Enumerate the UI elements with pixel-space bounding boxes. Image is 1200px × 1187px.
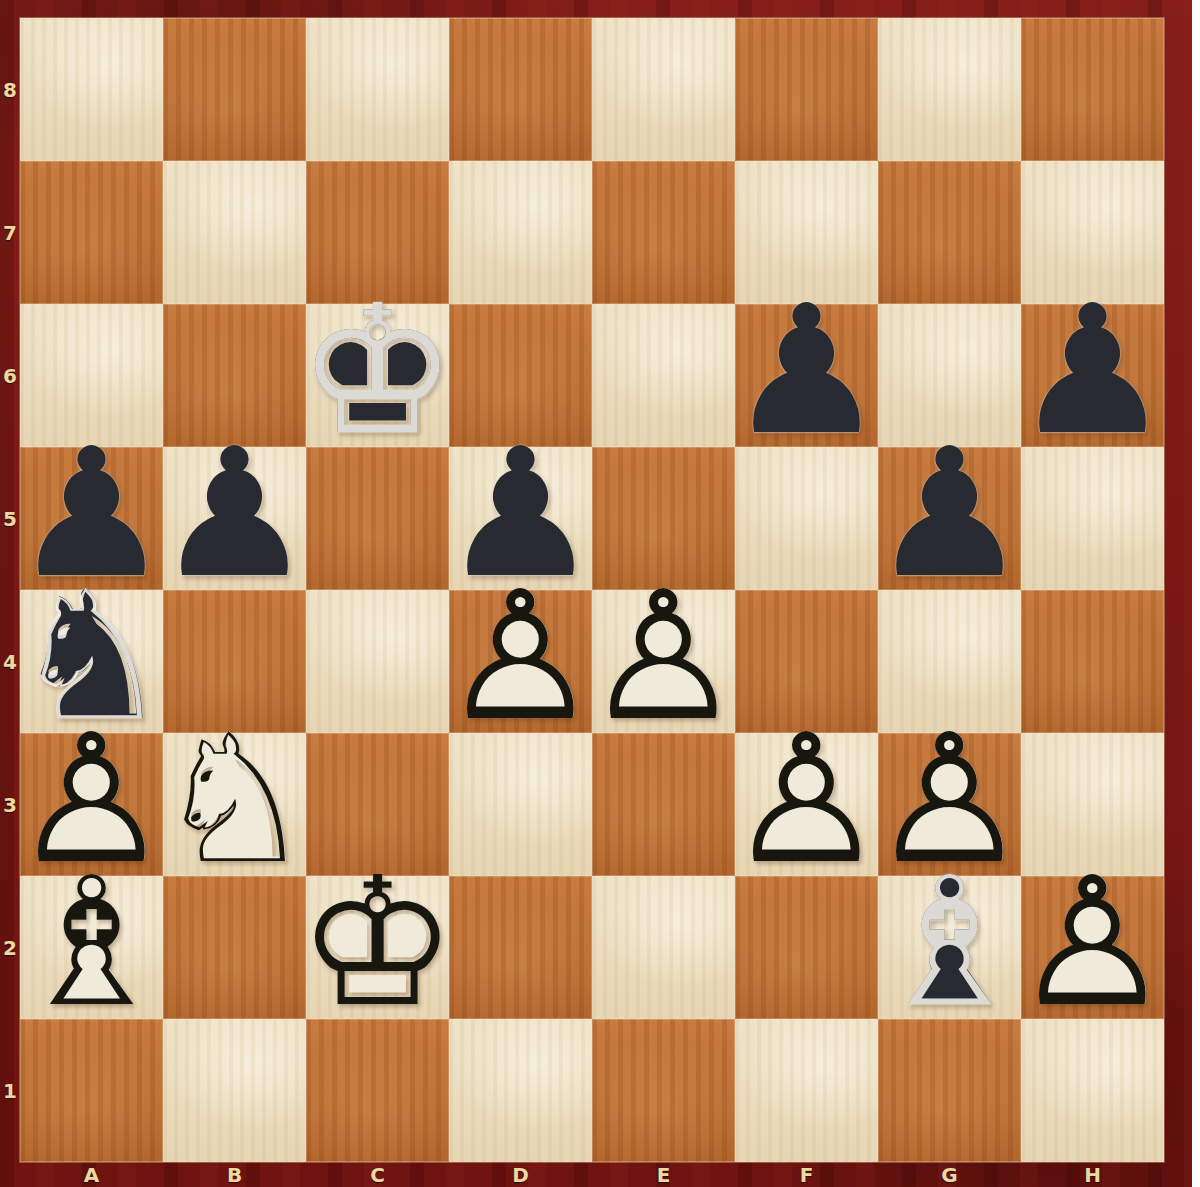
square-e4[interactable]: ♟♙ <box>592 590 735 733</box>
white-king[interactable]: ♚♔ <box>298 854 458 1032</box>
square-e6[interactable] <box>592 304 735 447</box>
black-pawn[interactable]: ♟ <box>870 425 1030 603</box>
square-b7[interactable] <box>163 161 306 304</box>
square-h6[interactable]: ♟ <box>1021 304 1164 447</box>
black-pawn-glyph: ♟ <box>727 282 887 460</box>
black-pawn-glyph: ♟ <box>870 425 1030 603</box>
white-pawn[interactable]: ♟♙ <box>584 568 744 746</box>
square-e7[interactable] <box>592 161 735 304</box>
white-pawn[interactable]: ♟♙ <box>1013 854 1173 1032</box>
file-label-d: D <box>449 1162 592 1187</box>
rank-label-1: 1 <box>0 1019 20 1162</box>
square-a7[interactable] <box>20 161 163 304</box>
square-b5[interactable]: ♟ <box>163 447 306 590</box>
square-h8[interactable] <box>1021 18 1164 161</box>
white-pawn-outline: ♙ <box>1013 854 1173 1032</box>
file-label-g: G <box>878 1162 1021 1187</box>
square-c8[interactable] <box>306 18 449 161</box>
square-c6[interactable]: ♚♔ <box>306 304 449 447</box>
square-h4[interactable] <box>1021 590 1164 733</box>
square-d1[interactable] <box>449 1019 592 1162</box>
black-pawn[interactable]: ♟ <box>1013 282 1173 460</box>
square-c4[interactable] <box>306 590 449 733</box>
square-d7[interactable] <box>449 161 592 304</box>
rank-label-3: 3 <box>0 733 20 876</box>
rank-label-8: 8 <box>0 18 20 161</box>
square-g2[interactable]: ♝♗ <box>878 876 1021 1019</box>
white-knight[interactable]: ♞♘ <box>155 711 315 889</box>
rank-label-6: 6 <box>0 304 20 447</box>
white-pawn-outline: ♙ <box>584 568 744 746</box>
square-f6[interactable]: ♟ <box>735 304 878 447</box>
square-d2[interactable] <box>449 876 592 1019</box>
white-knight-outline: ♘ <box>155 711 315 889</box>
black-pawn-glyph: ♟ <box>1013 282 1173 460</box>
white-pawn[interactable]: ♟♙ <box>727 711 887 889</box>
file-label-a: A <box>20 1162 163 1187</box>
white-pawn-outline: ♙ <box>441 568 601 746</box>
page: ♚♔♟♟♟♟♟♟♞♘♟♙♟♙♟♙♞♘♟♙♟♙♝♗♚♔♝♗♟♙ 87654321 … <box>0 0 1200 1187</box>
square-d8[interactable] <box>449 18 592 161</box>
square-b1[interactable] <box>163 1019 306 1162</box>
square-f3[interactable]: ♟♙ <box>735 733 878 876</box>
square-e1[interactable] <box>592 1019 735 1162</box>
white-pawn[interactable]: ♟♙ <box>441 568 601 746</box>
square-g5[interactable]: ♟ <box>878 447 1021 590</box>
square-a2[interactable]: ♝♗ <box>20 876 163 1019</box>
black-bishop-outline: ♗ <box>870 854 1030 1032</box>
square-g8[interactable] <box>878 18 1021 161</box>
square-g7[interactable] <box>878 161 1021 304</box>
square-a8[interactable] <box>20 18 163 161</box>
rank-label-5: 5 <box>0 447 20 590</box>
square-f8[interactable] <box>735 18 878 161</box>
square-e8[interactable] <box>592 18 735 161</box>
black-king[interactable]: ♚♔ <box>298 282 458 460</box>
file-label-e: E <box>592 1162 735 1187</box>
black-bishop[interactable]: ♝♗ <box>870 854 1030 1032</box>
rank-label-2: 2 <box>0 876 20 1019</box>
black-pawn[interactable]: ♟ <box>155 425 315 603</box>
file-label-c: C <box>306 1162 449 1187</box>
black-pawn[interactable]: ♟ <box>727 282 887 460</box>
white-king-outline: ♔ <box>298 854 458 1032</box>
square-c2[interactable]: ♚♔ <box>306 876 449 1019</box>
black-pawn-glyph: ♟ <box>155 425 315 603</box>
square-f1[interactable] <box>735 1019 878 1162</box>
square-h2[interactable]: ♟♙ <box>1021 876 1164 1019</box>
file-label-f: F <box>735 1162 878 1187</box>
square-b3[interactable]: ♞♘ <box>163 733 306 876</box>
square-b8[interactable] <box>163 18 306 161</box>
white-bishop-outline: ♗ <box>12 854 172 1032</box>
white-pawn-outline: ♙ <box>727 711 887 889</box>
file-label-b: B <box>163 1162 306 1187</box>
black-king-outline: ♔ <box>298 282 458 460</box>
file-label-h: H <box>1021 1162 1164 1187</box>
white-bishop[interactable]: ♝♗ <box>12 854 172 1032</box>
square-d4[interactable]: ♟♙ <box>449 590 592 733</box>
rank-label-7: 7 <box>0 161 20 304</box>
chess-board: ♚♔♟♟♟♟♟♟♞♘♟♙♟♙♟♙♞♘♟♙♟♙♝♗♚♔♝♗♟♙ <box>20 18 1164 1162</box>
square-e2[interactable] <box>592 876 735 1019</box>
rank-label-4: 4 <box>0 590 20 733</box>
